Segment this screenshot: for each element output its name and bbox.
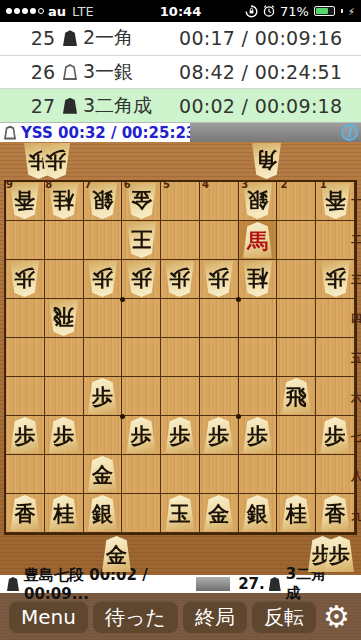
rank-label-9: 九 <box>351 511 361 522</box>
hoshi-dot <box>120 414 125 419</box>
square-7-5[interactable] <box>84 338 123 377</box>
file-label-6: 6 <box>124 180 131 190</box>
clock-label: 10:44 <box>160 4 201 19</box>
square-8-7[interactable]: 歩 <box>45 416 84 455</box>
koma-kanji: 歩 <box>247 426 268 453</box>
square-7-3[interactable]: 歩 <box>84 260 123 299</box>
square-6-2[interactable]: 王 <box>122 221 161 260</box>
koma-kanji: 銀 <box>92 183 113 210</box>
koma-金-black[interactable]: 金 <box>86 456 119 492</box>
koma-kanji: 金 <box>92 465 113 492</box>
koma-kanji: 歩 <box>208 426 229 453</box>
square-6-7[interactable]: 歩 <box>122 416 161 455</box>
square-5-5[interactable] <box>161 338 200 377</box>
square-4-6[interactable] <box>200 377 239 416</box>
koma-歩-white[interactable]: 歩 <box>8 261 41 297</box>
square-4-9[interactable]: 金 <box>200 494 239 533</box>
koma-角-white[interactable]: 角 <box>250 143 283 179</box>
koma-kanji: 歩 <box>131 426 152 453</box>
player-status-bar: 豊島七段 00:02 / 00:09... 27. 3二角成 <box>0 575 361 593</box>
square-7-2[interactable] <box>84 221 123 260</box>
square-2-8[interactable] <box>277 455 316 494</box>
square-1-4[interactable] <box>316 299 355 338</box>
koma-飛-white[interactable]: 飛 <box>47 300 80 336</box>
koma-歩-white[interactable]: 歩 <box>202 261 235 297</box>
white-captured-tray: 歩歩角 <box>0 142 361 180</box>
koma-歩-black[interactable]: 歩 <box>8 417 41 453</box>
white-piece-marker-icon <box>63 64 77 80</box>
current-move-number: 27. <box>238 575 265 593</box>
koma-kanji: 歩 <box>329 545 350 572</box>
koma-kanji: 歩 <box>53 426 74 453</box>
koma-歩-white[interactable]: 歩 <box>319 261 352 297</box>
koma-kanji: 歩 <box>169 426 190 453</box>
koma-歩-black[interactable]: 歩 <box>202 417 235 453</box>
rank-label-3: 三 <box>351 274 361 285</box>
koma-kanji: 桂 <box>53 183 74 210</box>
rank-label-6: 六 <box>351 392 361 403</box>
koma-kanji: 歩 <box>14 426 35 453</box>
square-8-9[interactable]: 桂 <box>45 494 84 533</box>
square-1-3[interactable]: 歩 <box>316 260 355 299</box>
square-2-2[interactable] <box>277 221 316 260</box>
square-5-8[interactable] <box>161 455 200 494</box>
koma-kanji: 銀 <box>92 504 113 531</box>
square-9-5[interactable] <box>6 338 45 377</box>
square-5-4[interactable] <box>161 299 200 338</box>
hoshi-dot <box>236 414 241 419</box>
carrier-label: au <box>48 4 66 19</box>
app-screen: au LTE 10:44 71% ⚡ 25 2一 <box>0 0 361 640</box>
koma-飛-black[interactable]: 飛 <box>280 378 313 414</box>
square-1-6[interactable] <box>316 377 355 416</box>
koma-kanji: 金 <box>131 183 152 210</box>
koma-kanji: 銀 <box>247 183 268 210</box>
koma-kanji: 角 <box>256 143 277 170</box>
status-bar: au LTE 10:44 71% ⚡ <box>0 0 361 22</box>
rank-label-1: 一 <box>351 195 361 206</box>
move-number: 27 <box>27 95 55 117</box>
board-area: 歩歩角 香桂銀金銀香王馬歩歩歩歩歩桂歩飛歩飛歩歩歩歩歩歩歩金香桂銀玉金銀桂香 金… <box>0 142 361 593</box>
koma-金-black[interactable]: 金 <box>100 536 133 572</box>
koma-香-black[interactable]: 香 <box>319 495 352 531</box>
square-9-3[interactable]: 歩 <box>6 260 45 299</box>
move-list: 25 2一角 00:17 / 00:09:16 26 3一銀 08:42 / 0… <box>0 22 361 122</box>
signal-strength-icon <box>6 8 44 14</box>
square-8-6[interactable] <box>45 377 84 416</box>
koma-kanji: 飛 <box>286 387 307 414</box>
square-9-6[interactable] <box>6 377 45 416</box>
square-4-8[interactable] <box>200 455 239 494</box>
square-6-6[interactable] <box>122 377 161 416</box>
square-9-9[interactable]: 香 <box>6 494 45 533</box>
koma-歩-white[interactable]: 歩 <box>86 261 119 297</box>
square-2-5[interactable] <box>277 338 316 377</box>
koma-kanji: 金 <box>208 504 229 531</box>
rank-label-4: 四 <box>351 313 361 324</box>
koma-kanji: 歩 <box>45 143 66 170</box>
square-7-8[interactable]: 金 <box>84 455 123 494</box>
move-number: 25 <box>27 27 55 49</box>
square-7-4[interactable] <box>84 299 123 338</box>
square-5-2[interactable] <box>161 221 200 260</box>
koma-歩-black[interactable]: 歩 <box>86 378 119 414</box>
engine-status-bar: YSS 00:32 / 00:25:23 i <box>0 122 361 142</box>
koma-香-white[interactable]: 香 <box>8 183 41 219</box>
square-3-9[interactable]: 銀 <box>239 494 278 533</box>
file-label-5: 5 <box>163 180 170 190</box>
file-label-1: 1 <box>320 180 327 190</box>
square-8-3[interactable] <box>45 260 84 299</box>
square-3-3[interactable]: 桂 <box>239 260 278 299</box>
move-time: 00:02 / 00:09:18 <box>179 95 342 117</box>
square-2-7[interactable] <box>277 416 316 455</box>
square-1-5[interactable] <box>316 338 355 377</box>
koma-馬-black[interactable]: 馬 <box>241 222 274 258</box>
square-8-5[interactable] <box>45 338 84 377</box>
koma-kanji: 歩 <box>92 387 113 414</box>
koma-歩-black[interactable]: 歩 <box>163 417 196 453</box>
square-1-8[interactable] <box>316 455 355 494</box>
move-row-27-current[interactable]: 27 3二角成 00:02 / 00:09:18 <box>0 89 361 122</box>
move-text: 3一銀 <box>83 59 179 85</box>
square-5-6[interactable] <box>161 377 200 416</box>
file-label-4: 4 <box>202 180 209 190</box>
black-piece-marker-icon <box>63 98 77 114</box>
square-3-8[interactable] <box>239 455 278 494</box>
black-piece-marker-icon <box>63 30 77 46</box>
square-2-3[interactable] <box>277 260 316 299</box>
square-2-6[interactable]: 飛 <box>277 377 316 416</box>
koma-kanji: 歩 <box>208 261 229 288</box>
koma-kanji: 歩 <box>92 261 113 288</box>
file-label-7: 7 <box>84 180 91 190</box>
koma-kanji: 香 <box>14 504 35 531</box>
square-1-2[interactable] <box>316 221 355 260</box>
square-4-7[interactable]: 歩 <box>200 416 239 455</box>
square-2-9[interactable]: 桂 <box>277 494 316 533</box>
file-label-9: 9 <box>6 180 13 190</box>
koma-kanji: 歩 <box>169 261 190 288</box>
move-time: 08:42 / 00:24:51 <box>179 61 342 83</box>
koma-kanji: 歩 <box>325 426 346 453</box>
square-5-7[interactable]: 歩 <box>161 416 200 455</box>
battery-icon <box>314 6 335 16</box>
menu-button[interactable]: Menu <box>9 601 88 633</box>
koma-kanji: 飛 <box>53 300 74 327</box>
square-3-5[interactable] <box>239 338 278 377</box>
file-label-8: 8 <box>45 180 52 190</box>
file-label-2: 2 <box>281 180 288 190</box>
move-number: 26 <box>27 61 55 83</box>
move-text: 3二角成 <box>83 93 179 119</box>
koma-歩-black[interactable]: 歩 <box>319 417 352 453</box>
koma-kanji: 玉 <box>169 504 190 531</box>
koma-桂-white[interactable]: 桂 <box>241 261 274 297</box>
square-3-2[interactable]: 馬 <box>239 221 278 260</box>
hoshi-dot <box>236 297 241 302</box>
charging-bolt-icon: ⚡ <box>348 6 355 17</box>
undo-button[interactable]: 待った <box>93 601 178 633</box>
move-time: 00:17 / 00:09:16 <box>179 27 342 49</box>
square-9-8[interactable] <box>6 455 45 494</box>
rank-label-5: 五 <box>351 353 361 364</box>
koma-歩-white[interactable]: 歩 <box>163 261 196 297</box>
koma-歩-white[interactable]: 歩 <box>125 261 158 297</box>
koma-銀-black[interactable]: 銀 <box>86 495 119 531</box>
file-label-3: 3 <box>241 180 248 190</box>
square-6-5[interactable] <box>122 338 161 377</box>
settings-gear-icon[interactable]: ⚙ <box>321 602 352 632</box>
koma-kanji: 銀 <box>247 504 268 531</box>
black-piece-marker-icon <box>269 577 281 591</box>
square-9-7[interactable]: 歩 <box>6 416 45 455</box>
square-7-6[interactable]: 歩 <box>84 377 123 416</box>
move-row-25[interactable]: 25 2一角 00:17 / 00:09:16 <box>0 22 361 56</box>
koma-kanji: 金 <box>106 545 127 572</box>
hoshi-dot <box>120 297 125 302</box>
square-4-5[interactable] <box>200 338 239 377</box>
square-3-6[interactable] <box>239 377 278 416</box>
move-row-26[interactable]: 26 3一銀 08:42 / 00:24:51 <box>0 56 361 90</box>
square-4-2[interactable] <box>200 221 239 260</box>
move-text: 2一角 <box>83 25 179 51</box>
square-8-4[interactable]: 飛 <box>45 299 84 338</box>
koma-歩-black[interactable]: 歩 <box>47 417 80 453</box>
koma-金-black[interactable]: 金 <box>202 495 235 531</box>
koma-香-black[interactable]: 香 <box>8 495 41 531</box>
progress-chip <box>196 577 230 591</box>
rank-label-8: 八 <box>351 471 361 482</box>
square-4-3[interactable]: 歩 <box>200 260 239 299</box>
shogi-board[interactable]: 香桂銀金銀香王馬歩歩歩歩歩桂歩飛歩飛歩歩歩歩歩歩歩金香桂銀玉金銀桂香 <box>4 180 357 535</box>
engine-progress-bar: i <box>190 123 361 142</box>
square-5-9[interactable]: 玉 <box>161 494 200 533</box>
square-6-4[interactable] <box>122 299 161 338</box>
square-5-3[interactable]: 歩 <box>161 260 200 299</box>
koma-kanji: 香 <box>14 183 35 210</box>
square-1-7[interactable]: 歩 <box>316 416 355 455</box>
koma-kanji: 香 <box>325 504 346 531</box>
koma-kanji: 歩 <box>325 261 346 288</box>
rank-label-7: 七 <box>351 432 361 443</box>
koma-kanji: 桂 <box>286 504 307 531</box>
end-game-button[interactable]: 終局 <box>183 601 247 633</box>
square-6-8[interactable] <box>122 455 161 494</box>
battery-percent-label: 71% <box>280 4 309 19</box>
square-3-7[interactable]: 歩 <box>239 416 278 455</box>
koma-kanji: 王 <box>131 222 152 249</box>
info-button[interactable]: i <box>341 124 358 141</box>
koma-桂-black[interactable]: 桂 <box>47 495 80 531</box>
black-piece-marker-icon <box>7 577 19 591</box>
koma-玉-black[interactable]: 玉 <box>163 495 196 531</box>
square-8-8[interactable] <box>45 455 84 494</box>
koma-王-white[interactable]: 王 <box>125 222 158 258</box>
square-6-3[interactable]: 歩 <box>122 260 161 299</box>
alarm-clock-icon <box>263 5 275 17</box>
square-8-2[interactable] <box>45 221 84 260</box>
koma-銀-black[interactable]: 銀 <box>241 495 274 531</box>
koma-kanji: 香 <box>325 183 346 210</box>
square-7-7[interactable] <box>84 416 123 455</box>
flip-board-button[interactable]: 反転 <box>252 601 316 633</box>
engine-name-time: YSS 00:32 / 00:25:23 <box>21 124 196 142</box>
koma-kanji: 馬 <box>247 231 268 258</box>
rank-label-2: 二 <box>351 234 361 245</box>
white-piece-marker-icon <box>4 126 16 140</box>
square-3-4[interactable] <box>239 299 278 338</box>
rotation-lock-icon <box>245 5 258 18</box>
square-7-9[interactable]: 銀 <box>84 494 123 533</box>
koma-kanji: 歩 <box>14 261 35 288</box>
square-2-4[interactable] <box>277 299 316 338</box>
battery-tip <box>341 9 343 13</box>
square-4-4[interactable] <box>200 299 239 338</box>
square-1-9[interactable]: 香 <box>316 494 355 533</box>
square-6-9[interactable] <box>122 494 161 533</box>
koma-kanji: 桂 <box>247 261 268 288</box>
koma-歩-black[interactable]: 歩 <box>125 417 158 453</box>
network-label: LTE <box>72 4 94 19</box>
koma-歩-black[interactable]: 歩 <box>241 417 274 453</box>
koma-桂-black[interactable]: 桂 <box>280 495 313 531</box>
square-9-4[interactable] <box>6 299 45 338</box>
koma-kanji: 桂 <box>53 504 74 531</box>
square-9-2[interactable] <box>6 221 45 260</box>
koma-kanji: 歩 <box>131 261 152 288</box>
